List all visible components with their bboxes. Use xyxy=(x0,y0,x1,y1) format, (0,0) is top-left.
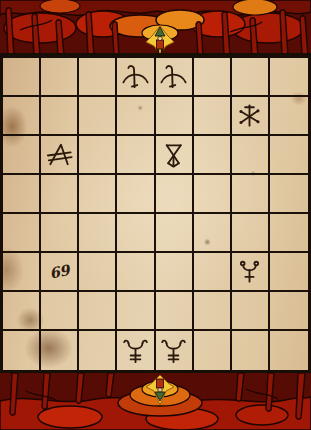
square-f1[interactable] xyxy=(194,331,232,370)
square-c7[interactable] xyxy=(79,97,117,136)
square-d1[interactable] xyxy=(117,331,155,370)
square-g8[interactable] xyxy=(232,58,270,97)
square-d3[interactable] xyxy=(117,253,155,292)
square-g5[interactable] xyxy=(232,175,270,214)
square-h5[interactable] xyxy=(270,175,308,214)
arc-sigil-piece[interactable] xyxy=(119,61,151,93)
square-b6[interactable] xyxy=(41,136,79,175)
square-f8[interactable] xyxy=(194,58,232,97)
square-c4[interactable] xyxy=(79,214,117,253)
square-a3[interactable] xyxy=(3,253,41,292)
square-a4[interactable] xyxy=(3,214,41,253)
square-c2[interactable] xyxy=(79,292,117,331)
psi-sigil-piece[interactable] xyxy=(158,335,190,367)
square-c3[interactable] xyxy=(79,253,117,292)
square-a5[interactable] xyxy=(3,175,41,214)
square-h4[interactable] xyxy=(270,214,308,253)
square-d4[interactable] xyxy=(117,214,155,253)
game-screen: 69 xyxy=(0,0,311,430)
amalgam-sigil-piece[interactable] xyxy=(43,139,75,171)
square-e8[interactable] xyxy=(156,58,194,97)
square-e7[interactable] xyxy=(156,97,194,136)
square-g3[interactable] xyxy=(232,253,270,292)
cancer-sigil-text: 69 xyxy=(48,261,73,282)
forest-frame-top xyxy=(0,0,311,56)
square-h6[interactable] xyxy=(270,136,308,175)
square-d7[interactable] xyxy=(117,97,155,136)
square-b4[interactable] xyxy=(41,214,79,253)
square-f6[interactable] xyxy=(194,136,232,175)
square-h3[interactable] xyxy=(270,253,308,292)
square-g1[interactable] xyxy=(232,331,270,370)
square-c5[interactable] xyxy=(79,175,117,214)
square-f7[interactable] xyxy=(194,97,232,136)
square-a1[interactable] xyxy=(3,331,41,370)
star-sigil-piece[interactable] xyxy=(234,100,266,132)
square-h7[interactable] xyxy=(270,97,308,136)
square-e6[interactable] xyxy=(156,136,194,175)
square-e2[interactable] xyxy=(156,292,194,331)
square-f2[interactable] xyxy=(194,292,232,331)
square-g7[interactable] xyxy=(232,97,270,136)
square-e1[interactable] xyxy=(156,331,194,370)
square-b3[interactable]: 69 xyxy=(41,253,79,292)
square-g6[interactable] xyxy=(232,136,270,175)
forest-frame-bottom xyxy=(0,373,311,430)
square-g2[interactable] xyxy=(232,292,270,331)
arc-sigil-piece[interactable] xyxy=(158,61,190,93)
square-c1[interactable] xyxy=(79,331,117,370)
square-b8[interactable] xyxy=(41,58,79,97)
alchemy-board[interactable]: 69 xyxy=(0,55,311,373)
hourglass-sigil-piece[interactable] xyxy=(158,139,190,171)
cancer-sigil-piece[interactable]: 69 xyxy=(43,256,75,288)
square-c8[interactable] xyxy=(79,58,117,97)
square-a6[interactable] xyxy=(3,136,41,175)
square-b1[interactable] xyxy=(41,331,79,370)
square-e4[interactable] xyxy=(156,214,194,253)
square-d8[interactable] xyxy=(117,58,155,97)
square-g4[interactable] xyxy=(232,214,270,253)
psi-sigil-piece[interactable] xyxy=(119,335,151,367)
square-h2[interactable] xyxy=(270,292,308,331)
square-h1[interactable] xyxy=(270,331,308,370)
square-c6[interactable] xyxy=(79,136,117,175)
square-e5[interactable] xyxy=(156,175,194,214)
square-h8[interactable] xyxy=(270,58,308,97)
square-e3[interactable] xyxy=(156,253,194,292)
square-d2[interactable] xyxy=(117,292,155,331)
square-d6[interactable] xyxy=(117,136,155,175)
square-b5[interactable] xyxy=(41,175,79,214)
square-a8[interactable] xyxy=(3,58,41,97)
fork-sigil-piece[interactable] xyxy=(234,256,266,288)
square-f3[interactable] xyxy=(194,253,232,292)
square-b2[interactable] xyxy=(41,292,79,331)
square-a2[interactable] xyxy=(3,292,41,331)
square-d5[interactable] xyxy=(117,175,155,214)
square-f5[interactable] xyxy=(194,175,232,214)
square-a7[interactable] xyxy=(3,97,41,136)
square-b7[interactable] xyxy=(41,97,79,136)
square-f4[interactable] xyxy=(194,214,232,253)
